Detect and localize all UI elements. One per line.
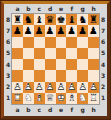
piece-black-bishop[interactable]: ♝ <box>35 15 44 25</box>
square-e4[interactable] <box>56 59 67 70</box>
square-d4[interactable] <box>45 59 56 70</box>
piece-white-pawn[interactable]: ♟ <box>24 82 33 92</box>
square-c8[interactable]: ♝ <box>34 14 45 25</box>
file-labels-bottom: abcdefgh <box>12 104 99 116</box>
rank-label-2: 2 <box>4 82 12 93</box>
piece-black-rook[interactable]: ♜ <box>89 15 98 25</box>
rank-label-1: 1 <box>99 93 107 104</box>
piece-black-pawn[interactable]: ♟ <box>35 26 44 36</box>
square-c3[interactable] <box>34 70 45 81</box>
square-d5[interactable] <box>45 48 56 59</box>
file-label-b: b <box>23 104 34 116</box>
file-label-g: g <box>77 104 88 116</box>
square-h1[interactable]: ♜ <box>88 93 99 104</box>
piece-black-pawn[interactable]: ♟ <box>78 26 87 36</box>
piece-white-pawn[interactable]: ♟ <box>78 82 87 92</box>
square-h3[interactable] <box>88 70 99 81</box>
square-h6[interactable] <box>88 37 99 48</box>
square-f6[interactable] <box>66 37 77 48</box>
square-f8[interactable]: ♝ <box>66 14 77 25</box>
square-f5[interactable] <box>66 48 77 59</box>
square-d3[interactable] <box>45 70 56 81</box>
file-label-c: c <box>34 104 45 116</box>
square-f3[interactable] <box>66 70 77 81</box>
piece-white-bishop[interactable]: ♝ <box>35 93 44 103</box>
square-b6[interactable] <box>23 37 34 48</box>
piece-white-rook[interactable]: ♜ <box>89 93 98 103</box>
square-c2[interactable]: ♟ <box>34 82 45 93</box>
piece-white-pawn[interactable]: ♟ <box>46 82 55 92</box>
square-b5[interactable] <box>23 48 34 59</box>
rank-label-3: 3 <box>99 70 107 81</box>
rank-label-3: 3 <box>4 70 12 81</box>
file-label-b: b <box>23 4 34 14</box>
piece-white-bishop[interactable]: ♝ <box>67 93 76 103</box>
square-e8[interactable]: ♚ <box>56 14 67 25</box>
rank-label-4: 4 <box>99 59 107 70</box>
piece-white-pawn[interactable]: ♟ <box>13 82 22 92</box>
piece-white-queen[interactable]: ♛ <box>46 93 55 103</box>
piece-black-rook[interactable]: ♜ <box>13 15 22 25</box>
square-e7[interactable]: ♟ <box>56 25 67 36</box>
square-g3[interactable] <box>77 70 88 81</box>
file-label-h: h <box>88 4 99 14</box>
board: ♜♞♝♛♚♝♞♜♟♟♟♟♟♟♟♟♟♟♟♟♟♟♟♟♜♞♝♛♚♝♞♜ <box>12 14 99 104</box>
file-label-a: a <box>12 4 23 14</box>
piece-black-knight[interactable]: ♞ <box>24 15 33 25</box>
square-f7[interactable]: ♟ <box>66 25 77 36</box>
square-a5[interactable] <box>12 48 23 59</box>
square-g4[interactable] <box>77 59 88 70</box>
square-e3[interactable] <box>56 70 67 81</box>
rank-label-1: 1 <box>4 93 12 104</box>
rank-label-2: 2 <box>99 82 107 93</box>
square-a7[interactable]: ♟ <box>12 25 23 36</box>
file-label-a: a <box>12 104 23 116</box>
square-h5[interactable] <box>88 48 99 59</box>
square-d7[interactable]: ♟ <box>45 25 56 36</box>
rank-label-5: 5 <box>4 48 12 59</box>
file-label-d: d <box>45 4 56 14</box>
square-c6[interactable] <box>34 37 45 48</box>
rank-label-6: 6 <box>99 37 107 48</box>
piece-white-knight[interactable]: ♞ <box>78 93 87 103</box>
square-f4[interactable] <box>66 59 77 70</box>
square-d2[interactable]: ♟ <box>45 82 56 93</box>
square-f1[interactable]: ♝ <box>66 93 77 104</box>
piece-black-bishop[interactable]: ♝ <box>67 15 76 25</box>
chess-diagram: abcdefgh 87654321 ♜♞♝♛♚♝♞♜♟♟♟♟♟♟♟♟♟♟♟♟♟♟… <box>4 4 107 116</box>
square-c5[interactable] <box>34 48 45 59</box>
file-label-f: f <box>66 4 77 14</box>
piece-black-pawn[interactable]: ♟ <box>46 26 55 36</box>
piece-black-king[interactable]: ♚ <box>56 15 65 25</box>
rank-label-7: 7 <box>99 25 107 36</box>
square-e5[interactable] <box>56 48 67 59</box>
square-b2[interactable]: ♟ <box>23 82 34 93</box>
square-d6[interactable] <box>45 37 56 48</box>
square-e2[interactable]: ♟ <box>56 82 67 93</box>
file-label-e: e <box>56 104 67 116</box>
square-a3[interactable] <box>12 70 23 81</box>
square-b8[interactable]: ♞ <box>23 14 34 25</box>
file-label-h: h <box>88 104 99 116</box>
square-g8[interactable]: ♞ <box>77 14 88 25</box>
square-f2[interactable]: ♟ <box>66 82 77 93</box>
rank-label-8: 8 <box>99 14 107 25</box>
square-h8[interactable]: ♜ <box>88 14 99 25</box>
rank-label-7: 7 <box>4 25 12 36</box>
square-b7[interactable]: ♟ <box>23 25 34 36</box>
piece-white-pawn[interactable]: ♟ <box>89 82 98 92</box>
piece-black-pawn[interactable]: ♟ <box>24 26 33 36</box>
chess-diagram-frame: abcdefgh 87654321 ♜♞♝♛♚♝♞♜♟♟♟♟♟♟♟♟♟♟♟♟♟♟… <box>0 0 111 120</box>
square-a1[interactable]: ♜ <box>12 93 23 104</box>
rank-labels-right: 87654321 <box>99 14 107 104</box>
piece-white-king[interactable]: ♚ <box>56 93 65 103</box>
square-a2[interactable]: ♟ <box>12 82 23 93</box>
square-g7[interactable]: ♟ <box>77 25 88 36</box>
piece-black-pawn[interactable]: ♟ <box>56 26 65 36</box>
square-a4[interactable] <box>12 59 23 70</box>
file-label-d: d <box>45 104 56 116</box>
square-b3[interactable] <box>23 70 34 81</box>
file-label-e: e <box>56 4 67 14</box>
rank-label-5: 5 <box>99 48 107 59</box>
piece-black-knight[interactable]: ♞ <box>78 15 87 25</box>
square-d8[interactable]: ♛ <box>45 14 56 25</box>
file-label-f: f <box>66 104 77 116</box>
piece-white-pawn[interactable]: ♟ <box>67 82 76 92</box>
rank-label-6: 6 <box>4 37 12 48</box>
piece-white-knight[interactable]: ♞ <box>24 93 33 103</box>
file-labels-top: abcdefgh <box>12 4 99 14</box>
square-d1[interactable]: ♛ <box>45 93 56 104</box>
square-g5[interactable] <box>77 48 88 59</box>
square-a8[interactable]: ♜ <box>12 14 23 25</box>
piece-white-rook[interactable]: ♜ <box>13 93 22 103</box>
square-h7[interactable]: ♟ <box>88 25 99 36</box>
square-b1[interactable]: ♞ <box>23 93 34 104</box>
rank-label-8: 8 <box>4 14 12 25</box>
square-a6[interactable] <box>12 37 23 48</box>
square-c7[interactable]: ♟ <box>34 25 45 36</box>
piece-black-pawn[interactable]: ♟ <box>89 26 98 36</box>
square-b4[interactable] <box>23 59 34 70</box>
square-c4[interactable] <box>34 59 45 70</box>
square-e6[interactable] <box>56 37 67 48</box>
square-h2[interactable]: ♟ <box>88 82 99 93</box>
piece-white-pawn[interactable]: ♟ <box>56 82 65 92</box>
piece-white-pawn[interactable]: ♟ <box>35 82 44 92</box>
square-g2[interactable]: ♟ <box>77 82 88 93</box>
rank-label-4: 4 <box>4 59 12 70</box>
square-g6[interactable] <box>77 37 88 48</box>
square-c1[interactable]: ♝ <box>34 93 45 104</box>
rank-labels-left: 87654321 <box>4 14 12 104</box>
board-bevel-border: abcdefgh 87654321 ♜♞♝♛♚♝♞♜♟♟♟♟♟♟♟♟♟♟♟♟♟♟… <box>1 1 110 119</box>
square-h4[interactable] <box>88 59 99 70</box>
file-label-g: g <box>77 4 88 14</box>
square-g1[interactable]: ♞ <box>77 93 88 104</box>
square-e1[interactable]: ♚ <box>56 93 67 104</box>
piece-black-pawn[interactable]: ♟ <box>67 26 76 36</box>
piece-black-pawn[interactable]: ♟ <box>13 26 22 36</box>
file-label-c: c <box>34 4 45 14</box>
piece-black-queen[interactable]: ♛ <box>46 15 55 25</box>
